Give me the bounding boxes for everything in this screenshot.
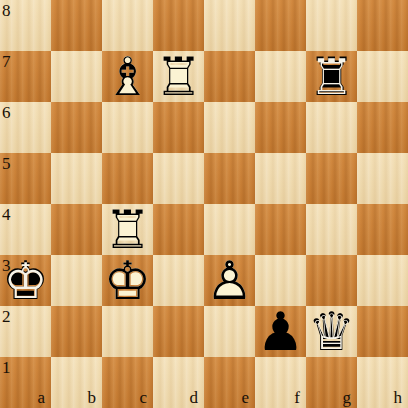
square-f3[interactable] [255, 255, 306, 306]
square-e2[interactable] [204, 306, 255, 357]
square-h6[interactable] [357, 102, 408, 153]
file-label-f: f [294, 389, 300, 406]
file-label-d: d [190, 389, 199, 406]
square-b6[interactable] [51, 102, 102, 153]
rank-label-4: 4 [2, 206, 11, 223]
square-f2[interactable]: ♟ [255, 306, 306, 357]
square-e3[interactable]: ♟♙ [204, 255, 255, 306]
square-h7[interactable] [357, 51, 408, 102]
file-label-e: e [241, 389, 249, 406]
square-e1[interactable]: e [204, 357, 255, 408]
square-g3[interactable] [306, 255, 357, 306]
square-h8[interactable] [357, 0, 408, 51]
square-d2[interactable] [153, 306, 204, 357]
square-a4[interactable]: 4 [0, 204, 51, 255]
square-b2[interactable] [51, 306, 102, 357]
square-f8[interactable] [255, 0, 306, 51]
black-king-a3[interactable]: ♚♔ [0, 255, 51, 306]
piece-outline-glyph: ♙ [204, 255, 255, 306]
square-f7[interactable] [255, 51, 306, 102]
square-g2[interactable]: ♛♕ [306, 306, 357, 357]
square-a5[interactable]: 5 [0, 153, 51, 204]
piece-outline-glyph: ♔ [102, 255, 153, 306]
file-label-c: c [139, 389, 147, 406]
square-c1[interactable]: c [102, 357, 153, 408]
black-queen-g2[interactable]: ♛♕ [306, 306, 357, 357]
piece-outline-glyph: ♕ [308, 308, 355, 355]
square-c7[interactable]: ♝♗ [102, 51, 153, 102]
square-f1[interactable]: f [255, 357, 306, 408]
square-e8[interactable] [204, 0, 255, 51]
square-b5[interactable] [51, 153, 102, 204]
square-c3[interactable]: ♚♔ [102, 255, 153, 306]
square-a3[interactable]: 3♚♔ [0, 255, 51, 306]
white-bishop-c7[interactable]: ♝♗ [102, 51, 153, 102]
square-a7[interactable]: 7 [0, 51, 51, 102]
square-c6[interactable] [102, 102, 153, 153]
square-c5[interactable] [102, 153, 153, 204]
rank-label-1: 1 [2, 359, 11, 376]
piece-outline-glyph: ♔ [2, 257, 49, 304]
rank-label-7: 7 [2, 53, 11, 70]
square-b7[interactable] [51, 51, 102, 102]
square-g5[interactable] [306, 153, 357, 204]
file-label-g: g [343, 389, 352, 406]
square-e7[interactable] [204, 51, 255, 102]
square-a2[interactable]: 2 [0, 306, 51, 357]
white-pawn-e3[interactable]: ♟♙ [204, 255, 255, 306]
square-h4[interactable] [357, 204, 408, 255]
square-d8[interactable] [153, 0, 204, 51]
black-pawn-f2[interactable]: ♟ [255, 306, 306, 357]
square-g7[interactable]: ♜♖ [306, 51, 357, 102]
piece-fill-glyph: ♟ [255, 306, 306, 357]
square-e5[interactable] [204, 153, 255, 204]
square-c2[interactable] [102, 306, 153, 357]
square-g1[interactable]: g [306, 357, 357, 408]
square-d4[interactable] [153, 204, 204, 255]
piece-outline-glyph: ♖ [102, 204, 153, 255]
square-h1[interactable]: h [357, 357, 408, 408]
square-e6[interactable] [204, 102, 255, 153]
square-a6[interactable]: 6 [0, 102, 51, 153]
square-a8[interactable]: 8 [0, 0, 51, 51]
square-f6[interactable] [255, 102, 306, 153]
square-d7[interactable]: ♜♖ [153, 51, 204, 102]
square-g4[interactable] [306, 204, 357, 255]
white-rook-d7[interactable]: ♜♖ [153, 51, 204, 102]
piece-outline-glyph: ♖ [153, 51, 204, 102]
file-label-h: h [394, 389, 403, 406]
square-a1[interactable]: 1a [0, 357, 51, 408]
square-c4[interactable]: ♜♖ [102, 204, 153, 255]
rank-label-8: 8 [2, 2, 11, 19]
square-f4[interactable] [255, 204, 306, 255]
square-g6[interactable] [306, 102, 357, 153]
square-c8[interactable] [102, 0, 153, 51]
piece-outline-glyph: ♖ [308, 53, 355, 100]
square-d5[interactable] [153, 153, 204, 204]
square-h5[interactable] [357, 153, 408, 204]
square-d3[interactable] [153, 255, 204, 306]
square-d1[interactable]: d [153, 357, 204, 408]
rank-label-5: 5 [2, 155, 11, 172]
file-label-b: b [88, 389, 97, 406]
white-rook-c4[interactable]: ♜♖ [102, 204, 153, 255]
file-label-a: a [37, 389, 45, 406]
square-b4[interactable] [51, 204, 102, 255]
square-e4[interactable] [204, 204, 255, 255]
square-h3[interactable] [357, 255, 408, 306]
square-b1[interactable]: b [51, 357, 102, 408]
square-f5[interactable] [255, 153, 306, 204]
square-g8[interactable] [306, 0, 357, 51]
square-d6[interactable] [153, 102, 204, 153]
piece-outline-glyph: ♗ [102, 51, 153, 102]
white-king-c3[interactable]: ♚♔ [102, 255, 153, 306]
black-rook-g7[interactable]: ♜♖ [306, 51, 357, 102]
square-h2[interactable] [357, 306, 408, 357]
chess-board: 87♝♗♜♖♜♖654♜♖3♚♔♚♔♟♙2♟♛♕1abcdefgh [0, 0, 408, 408]
square-b3[interactable] [51, 255, 102, 306]
square-b8[interactable] [51, 0, 102, 51]
rank-label-6: 6 [2, 104, 11, 121]
